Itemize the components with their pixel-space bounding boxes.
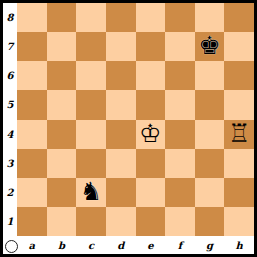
square-a2[interactable]: [17, 178, 47, 207]
square-a5[interactable]: [17, 90, 47, 119]
square-d5[interactable]: [106, 90, 136, 119]
square-g2[interactable]: [195, 178, 225, 207]
chess-diagram: 87654321 ♚♔♖♞ abcdefgh: [0, 0, 257, 257]
square-e8[interactable]: [136, 3, 166, 32]
square-b5[interactable]: [47, 90, 77, 119]
square-c1[interactable]: [76, 207, 106, 236]
square-h3[interactable]: [224, 149, 254, 178]
square-a8[interactable]: [17, 3, 47, 32]
rank-label-4: 4: [3, 120, 17, 149]
square-h1[interactable]: [224, 207, 254, 236]
square-b4[interactable]: [47, 120, 77, 149]
black-king-piece[interactable]: ♚: [198, 33, 220, 58]
square-c4[interactable]: [76, 120, 106, 149]
square-f1[interactable]: [165, 207, 195, 236]
square-b2[interactable]: [47, 178, 77, 207]
file-label-b: b: [47, 236, 77, 254]
square-f3[interactable]: [165, 149, 195, 178]
square-e4[interactable]: ♔: [136, 120, 166, 149]
square-h5[interactable]: [224, 90, 254, 119]
square-a7[interactable]: [17, 32, 47, 61]
square-d6[interactable]: [106, 61, 136, 90]
rank-label-7: 7: [3, 32, 17, 61]
square-e1[interactable]: [136, 207, 166, 236]
square-a1[interactable]: [17, 207, 47, 236]
rank-labels: 87654321: [3, 3, 17, 236]
square-b7[interactable]: [47, 32, 77, 61]
square-f5[interactable]: [165, 90, 195, 119]
square-g6[interactable]: [195, 61, 225, 90]
square-a6[interactable]: [17, 61, 47, 90]
square-f4[interactable]: [165, 120, 195, 149]
square-f8[interactable]: [165, 3, 195, 32]
square-d2[interactable]: [106, 178, 136, 207]
file-label-c: c: [76, 236, 106, 254]
square-c6[interactable]: [76, 61, 106, 90]
square-c3[interactable]: [76, 149, 106, 178]
file-label-f: f: [165, 236, 195, 254]
chess-board[interactable]: ♚♔♖♞: [17, 3, 254, 236]
square-b8[interactable]: [47, 3, 77, 32]
square-a3[interactable]: [17, 149, 47, 178]
square-d8[interactable]: [106, 3, 136, 32]
rank-label-1: 1: [3, 207, 17, 236]
rank-label-8: 8: [3, 3, 17, 32]
black-knight-piece[interactable]: ♞: [80, 179, 102, 204]
file-label-h: h: [224, 236, 254, 254]
square-c2[interactable]: ♞: [76, 178, 106, 207]
square-d7[interactable]: [106, 32, 136, 61]
square-g5[interactable]: [195, 90, 225, 119]
square-e6[interactable]: [136, 61, 166, 90]
square-c7[interactable]: [76, 32, 106, 61]
square-g3[interactable]: [195, 149, 225, 178]
rank-label-2: 2: [3, 178, 17, 207]
square-e7[interactable]: [136, 32, 166, 61]
square-b6[interactable]: [47, 61, 77, 90]
square-d3[interactable]: [106, 149, 136, 178]
square-c5[interactable]: [76, 90, 106, 119]
square-h2[interactable]: [224, 178, 254, 207]
square-f6[interactable]: [165, 61, 195, 90]
rank-label-3: 3: [3, 149, 17, 178]
square-f7[interactable]: [165, 32, 195, 61]
square-e2[interactable]: [136, 178, 166, 207]
square-h6[interactable]: [224, 61, 254, 90]
square-d4[interactable]: [106, 120, 136, 149]
file-label-e: e: [136, 236, 166, 254]
square-g4[interactable]: [195, 120, 225, 149]
file-label-a: a: [17, 236, 47, 254]
file-label-g: g: [195, 236, 225, 254]
square-b3[interactable]: [47, 149, 77, 178]
square-g8[interactable]: [195, 3, 225, 32]
square-e3[interactable]: [136, 149, 166, 178]
square-c8[interactable]: [76, 3, 106, 32]
square-h4[interactable]: ♖: [224, 120, 254, 149]
square-h7[interactable]: [224, 32, 254, 61]
square-e5[interactable]: [136, 90, 166, 119]
square-g1[interactable]: [195, 207, 225, 236]
file-labels: abcdefgh: [17, 236, 254, 254]
square-d1[interactable]: [106, 207, 136, 236]
square-a4[interactable]: [17, 120, 47, 149]
square-b1[interactable]: [47, 207, 77, 236]
square-g7[interactable]: ♚: [195, 32, 225, 61]
white-to-move-indicator: [5, 240, 18, 253]
rank-label-6: 6: [3, 61, 17, 90]
white-king-piece[interactable]: ♔: [139, 121, 161, 146]
rank-label-5: 5: [3, 90, 17, 119]
square-f2[interactable]: [165, 178, 195, 207]
square-h8[interactable]: [224, 3, 254, 32]
white-rook-piece[interactable]: ♖: [228, 121, 250, 146]
file-label-d: d: [106, 236, 136, 254]
